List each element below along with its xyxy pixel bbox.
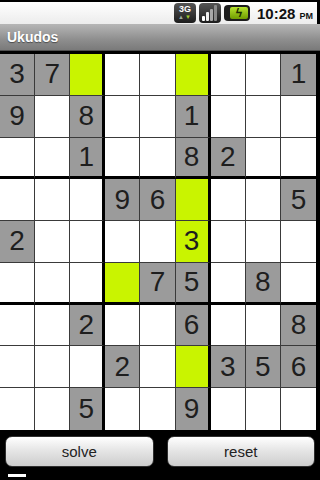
cell-r8c9[interactable]: 6: [281, 346, 316, 388]
cell-r3c9[interactable]: [281, 138, 316, 180]
cell-r8c6[interactable]: [176, 346, 211, 388]
cell-r3c7[interactable]: 2: [211, 138, 246, 180]
cell-r7c4[interactable]: [105, 305, 140, 347]
cell-r1c4[interactable]: [105, 54, 140, 96]
status-clock: 10:28 PM: [257, 5, 313, 22]
cell-r1c2[interactable]: 7: [35, 54, 70, 96]
cell-r6c4[interactable]: [105, 263, 140, 305]
cell-r9c8[interactable]: [246, 388, 281, 430]
cell-r6c3[interactable]: [70, 263, 105, 305]
cell-r2c4[interactable]: [105, 96, 140, 138]
cell-r4c8[interactable]: [246, 179, 281, 221]
cell-r5c8[interactable]: [246, 221, 281, 263]
cell-r4c9[interactable]: 5: [281, 179, 316, 221]
cell-r6c1[interactable]: [0, 263, 35, 305]
cell-r8c2[interactable]: [35, 346, 70, 388]
cell-r3c1[interactable]: [0, 138, 35, 180]
cell-r7c3[interactable]: 2: [70, 305, 105, 347]
network-type-label: 3G: [179, 5, 191, 14]
cell-r9c9[interactable]: [281, 388, 316, 430]
cell-r5c1[interactable]: 2: [0, 221, 35, 263]
charging-bolt-icon: ϟ: [236, 7, 242, 19]
cell-r7c9[interactable]: 8: [281, 305, 316, 347]
cell-r5c7[interactable]: [211, 221, 246, 263]
cell-r2c6[interactable]: 1: [176, 96, 211, 138]
cell-r6c9[interactable]: [281, 263, 316, 305]
cell-r1c8[interactable]: [246, 54, 281, 96]
cell-r7c7[interactable]: [211, 305, 246, 347]
app-title: Ukudos: [7, 29, 58, 45]
cell-r6c5[interactable]: 7: [140, 263, 175, 305]
app-title-bar: Ukudos: [0, 24, 320, 51]
cell-r7c2[interactable]: [35, 305, 70, 347]
cell-r6c8[interactable]: 8: [246, 263, 281, 305]
cell-r9c7[interactable]: [211, 388, 246, 430]
cell-r6c2[interactable]: [35, 263, 70, 305]
cell-r8c4[interactable]: 2: [105, 346, 140, 388]
cell-r8c3[interactable]: [70, 346, 105, 388]
cell-r5c6[interactable]: 3: [176, 221, 211, 263]
cell-r2c2[interactable]: [35, 96, 70, 138]
action-button-bar: solve reset: [0, 436, 320, 467]
cell-r6c7[interactable]: [211, 263, 246, 305]
cell-r2c3[interactable]: 8: [70, 96, 105, 138]
data-down-arrow-icon: ▼: [185, 14, 192, 20]
cell-r1c3[interactable]: [70, 54, 105, 96]
cell-r1c6[interactable]: [176, 54, 211, 96]
cell-r9c2[interactable]: [35, 388, 70, 430]
clock-period: PM: [300, 11, 314, 21]
cell-r7c5[interactable]: [140, 305, 175, 347]
cell-r9c1[interactable]: [0, 388, 35, 430]
cell-r3c2[interactable]: [35, 138, 70, 180]
cell-r1c1[interactable]: 3: [0, 54, 35, 96]
cell-r2c9[interactable]: [281, 96, 316, 138]
signal-strength-icon: [199, 3, 221, 23]
data-up-arrow-icon: ▲: [178, 14, 185, 20]
cell-r4c6[interactable]: [176, 179, 211, 221]
solve-button[interactable]: solve: [5, 436, 154, 467]
cell-r3c6[interactable]: 8: [176, 138, 211, 180]
reset-button[interactable]: reset: [167, 436, 316, 467]
cell-r1c5[interactable]: [140, 54, 175, 96]
cell-r1c7[interactable]: [211, 54, 246, 96]
cell-r4c3[interactable]: [70, 179, 105, 221]
cell-r3c8[interactable]: [246, 138, 281, 180]
mobile-data-3g-icon: 3G ▲▼: [174, 3, 196, 23]
cell-r4c1[interactable]: [0, 179, 35, 221]
cell-r5c4[interactable]: [105, 221, 140, 263]
cell-r6c6[interactable]: 5: [176, 263, 211, 305]
cell-r9c5[interactable]: [140, 388, 175, 430]
cell-r4c2[interactable]: [35, 179, 70, 221]
cell-r4c7[interactable]: [211, 179, 246, 221]
cell-r4c4[interactable]: 9: [105, 179, 140, 221]
cell-r3c3[interactable]: 1: [70, 138, 105, 180]
cell-r8c5[interactable]: [140, 346, 175, 388]
cell-r3c5[interactable]: [140, 138, 175, 180]
cell-r7c1[interactable]: [0, 305, 35, 347]
cell-r8c8[interactable]: 5: [246, 346, 281, 388]
cell-r5c5[interactable]: [140, 221, 175, 263]
cell-r2c5[interactable]: [140, 96, 175, 138]
cell-r2c8[interactable]: [246, 96, 281, 138]
cell-r8c1[interactable]: [0, 346, 35, 388]
sudoku-board: 37198118296523758268235659: [0, 51, 320, 430]
cell-r3c4[interactable]: [105, 138, 140, 180]
cell-r7c8[interactable]: [246, 305, 281, 347]
cell-r7c6[interactable]: 6: [176, 305, 211, 347]
cell-r9c3[interactable]: 5: [70, 388, 105, 430]
cell-r5c2[interactable]: [35, 221, 70, 263]
cell-r2c7[interactable]: [211, 96, 246, 138]
cell-r5c9[interactable]: [281, 221, 316, 263]
cell-r9c6[interactable]: 9: [176, 388, 211, 430]
cell-r5c3[interactable]: [70, 221, 105, 263]
cell-r9c4[interactable]: [105, 388, 140, 430]
status-bar: 3G ▲▼ ϟ 10:28 PM: [0, 0, 320, 24]
cell-r1c9[interactable]: 1: [281, 54, 316, 96]
cell-r2c1[interactable]: 9: [0, 96, 35, 138]
cell-r4c5[interactable]: 6: [140, 179, 175, 221]
screen-edge-dash: [8, 474, 26, 477]
battery-charging-icon: ϟ: [224, 5, 250, 21]
cell-r8c7[interactable]: 3: [211, 346, 246, 388]
